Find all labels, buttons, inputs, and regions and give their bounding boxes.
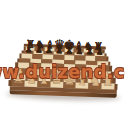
chess-set-photo: ♜♞♝♛♚♝♞♜♟♟♟♟♟♟♟♟♟♟♟♟♟♟♟♟♜♞♝♛♚♝♞♜ www.dui… (0, 0, 125, 125)
watermark-text: www.duizend.com (0, 62, 125, 81)
